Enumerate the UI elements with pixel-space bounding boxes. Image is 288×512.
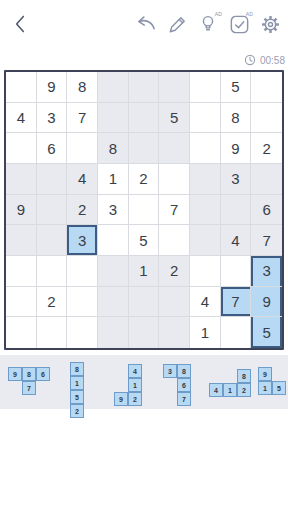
board-cell-r6c6[interactable]: [159, 225, 190, 256]
piece-cell[interactable]: 8: [177, 364, 191, 378]
piece-cell[interactable]: 2: [128, 392, 142, 406]
piece-cell[interactable]: 1: [223, 383, 237, 397]
board-cell-r5c1[interactable]: 9: [6, 195, 37, 226]
piece-empty-slot: [272, 367, 286, 381]
board-cell-r2c7[interactable]: [190, 103, 221, 134]
piece-empty-slot: [36, 381, 50, 395]
board-cell-r9c1[interactable]: [6, 317, 37, 348]
board-cell-r6c5[interactable]: 5: [129, 225, 160, 256]
tray-piece-1[interactable]: 9867: [8, 367, 50, 395]
board-cell-r4c6[interactable]: [159, 164, 190, 195]
toolbar: AD AD: [134, 12, 282, 36]
board-cell-r5c8[interactable]: [221, 195, 252, 226]
board-cell-r5c9[interactable]: 6: [251, 195, 282, 226]
piece-cell[interactable]: 9: [258, 367, 272, 381]
tray-piece-2[interactable]: 8152: [70, 362, 84, 418]
board-cell-r1c7[interactable]: [190, 72, 221, 103]
board-cell-r6c2[interactable]: [37, 225, 68, 256]
piece-empty-slot: [223, 369, 237, 383]
board-cell-r8c8[interactable]: 7: [221, 287, 252, 318]
board-cell-r9c9[interactable]: 5: [251, 317, 282, 348]
board-cell-r6c4[interactable]: [98, 225, 129, 256]
board-cell-r8c5[interactable]: [129, 287, 160, 318]
board-cell-r3c6[interactable]: [159, 133, 190, 164]
board-cell-r4c5[interactable]: 2: [129, 164, 160, 195]
check-ad-badge: AD: [246, 12, 253, 17]
piece-empty-slot: [8, 381, 22, 395]
board-cell-r1c1[interactable]: [6, 72, 37, 103]
timer-value: 00:58: [260, 55, 285, 66]
settings-button[interactable]: [258, 12, 282, 36]
check-button[interactable]: AD: [227, 12, 251, 36]
board-cell-r8c7[interactable]: 4: [190, 287, 221, 318]
board-cell-r5c4[interactable]: 3: [98, 195, 129, 226]
board-cell-r2c4[interactable]: [98, 103, 129, 134]
board-cell-r6c9[interactable]: 7: [251, 225, 282, 256]
hint-ad-badge: AD: [215, 12, 222, 17]
board-cell-r9c8[interactable]: [221, 317, 252, 348]
board-cell-r1c3[interactable]: 8: [67, 72, 98, 103]
board-cell-r7c7[interactable]: [190, 256, 221, 287]
board-cell-r2c6[interactable]: 5: [159, 103, 190, 134]
board-cell-r5c6[interactable]: 7: [159, 195, 190, 226]
board-cell-r4c9[interactable]: [251, 164, 282, 195]
board-cell-r4c2[interactable]: [37, 164, 68, 195]
piece-cell[interactable]: 2: [237, 383, 251, 397]
board-cell-r7c4[interactable]: [98, 256, 129, 287]
board-cell-r4c3[interactable]: 4: [67, 164, 98, 195]
board-cell-r2c8[interactable]: 8: [221, 103, 252, 134]
piece-empty-slot: [114, 364, 128, 378]
board-cell-r1c8[interactable]: 5: [221, 72, 252, 103]
piece-cell[interactable]: 9: [8, 367, 22, 381]
piece-cell[interactable]: 2: [70, 404, 84, 418]
board-cell-r8c9[interactable]: 9: [251, 287, 282, 318]
pencil-icon: [166, 13, 189, 36]
board-cell-r2c3[interactable]: 7: [67, 103, 98, 134]
board-cell-r6c7[interactable]: [190, 225, 221, 256]
piece-cell[interactable]: 3: [163, 364, 177, 378]
board-cell-r9c7[interactable]: 1: [190, 317, 221, 348]
board-cell-r4c1[interactable]: [6, 164, 37, 195]
board-cell-r8c4[interactable]: [98, 287, 129, 318]
board-cell-r5c7[interactable]: [190, 195, 221, 226]
board-cell-r9c2[interactable]: [37, 317, 68, 348]
board-cell-r3c2[interactable]: 6: [37, 133, 68, 164]
piece-cell[interactable]: 9: [114, 392, 128, 406]
board-cell-r8c1[interactable]: [6, 287, 37, 318]
board-cell-r5c2[interactable]: [37, 195, 68, 226]
board-cell-r5c3[interactable]: 2: [67, 195, 98, 226]
piece-cell[interactable]: 8: [237, 369, 251, 383]
board-cell-r4c4[interactable]: 1: [98, 164, 129, 195]
clock-icon: [244, 54, 256, 66]
piece-cell[interactable]: 7: [177, 392, 191, 406]
board-cell-r8c3[interactable]: [67, 287, 98, 318]
piece-cell[interactable]: 5: [272, 381, 286, 395]
board-cell-r3c5[interactable]: [129, 133, 160, 164]
board-cell-r2c1[interactable]: 4: [6, 103, 37, 134]
board-cell-r2c9[interactable]: [251, 103, 282, 134]
settings-gear-icon: [259, 13, 282, 36]
piece-cell[interactable]: 7: [22, 381, 36, 395]
board-cell-r9c3[interactable]: [67, 317, 98, 348]
timer: 00:58: [0, 42, 288, 70]
board-cell-r3c4[interactable]: 8: [98, 133, 129, 164]
board-cell-r8c6[interactable]: [159, 287, 190, 318]
piece-cell[interactable]: 6: [177, 378, 191, 392]
piece-cell[interactable]: 6: [36, 367, 50, 381]
piece-cell[interactable]: 4: [209, 383, 223, 397]
board-cell-r1c2[interactable]: 9: [37, 72, 68, 103]
piece-cell[interactable]: 1: [128, 378, 142, 392]
board-cell-r6c1[interactable]: [6, 225, 37, 256]
piece-cell[interactable]: 1: [70, 376, 84, 390]
header: AD AD: [0, 0, 288, 42]
board-cell-r4c7[interactable]: [190, 164, 221, 195]
board-cell-r6c8[interactable]: 4: [221, 225, 252, 256]
piece-cell[interactable]: 5: [70, 390, 84, 404]
tray-piece-3[interactable]: 4192: [114, 364, 142, 406]
board-cell-r3c1[interactable]: [6, 133, 37, 164]
piece-empty-slot: [209, 369, 223, 383]
board-cell-r6c3[interactable]: 3: [67, 225, 98, 256]
board-cell-r3c3[interactable]: [67, 133, 98, 164]
board-cell-r2c2[interactable]: 3: [37, 103, 68, 134]
board-cell-r5c5[interactable]: [129, 195, 160, 226]
board-cell-r1c6[interactable]: [159, 72, 190, 103]
board-cell-r7c1[interactable]: [6, 256, 37, 287]
board-cell-r1c4[interactable]: [98, 72, 129, 103]
piece-cell[interactable]: 1: [258, 381, 272, 395]
back-button[interactable]: [8, 12, 32, 36]
undo-icon: [135, 13, 158, 36]
board-cell-r7c2[interactable]: [37, 256, 68, 287]
board-cell-r9c5[interactable]: [129, 317, 160, 348]
sudoku-board: 9854375868924123923763547123247915: [4, 70, 284, 350]
tray-piece-6[interactable]: 915: [258, 367, 286, 395]
board-cell-r3c7[interactable]: [190, 133, 221, 164]
board-cell-r8c2[interactable]: 2: [37, 287, 68, 318]
pencil-button[interactable]: [165, 12, 189, 36]
board-cell-r3c9[interactable]: 2: [251, 133, 282, 164]
hint-button[interactable]: AD: [196, 12, 220, 36]
board-cell-r7c8[interactable]: [221, 256, 252, 287]
tray-piece-5[interactable]: 8412: [209, 369, 251, 397]
piece-tray: 98678152419238678412915: [0, 355, 288, 409]
piece-cell[interactable]: 8: [70, 362, 84, 376]
piece-cell[interactable]: 4: [128, 364, 142, 378]
board-cell-r1c9[interactable]: [251, 72, 282, 103]
board-cell-r3c8[interactable]: 9: [221, 133, 252, 164]
undo-button[interactable]: [134, 12, 158, 36]
tray-piece-4[interactable]: 3867: [163, 364, 191, 406]
board-cell-r9c6[interactable]: [159, 317, 190, 348]
piece-cell[interactable]: 8: [22, 367, 36, 381]
board-cell-r7c3[interactable]: [67, 256, 98, 287]
board-cell-r9c4[interactable]: [98, 317, 129, 348]
board-cell-r7c6[interactable]: 2: [159, 256, 190, 287]
piece-empty-slot: [163, 392, 177, 406]
board-cell-r4c8[interactable]: 3: [221, 164, 252, 195]
back-chevron-icon: [11, 14, 29, 34]
board-cell-r7c5[interactable]: 1: [129, 256, 160, 287]
board-cell-r2c5[interactable]: [129, 103, 160, 134]
piece-empty-slot: [163, 378, 177, 392]
board-cell-r1c5[interactable]: [129, 72, 160, 103]
board-cell-r7c9[interactable]: 3: [251, 256, 282, 287]
piece-empty-slot: [114, 378, 128, 392]
